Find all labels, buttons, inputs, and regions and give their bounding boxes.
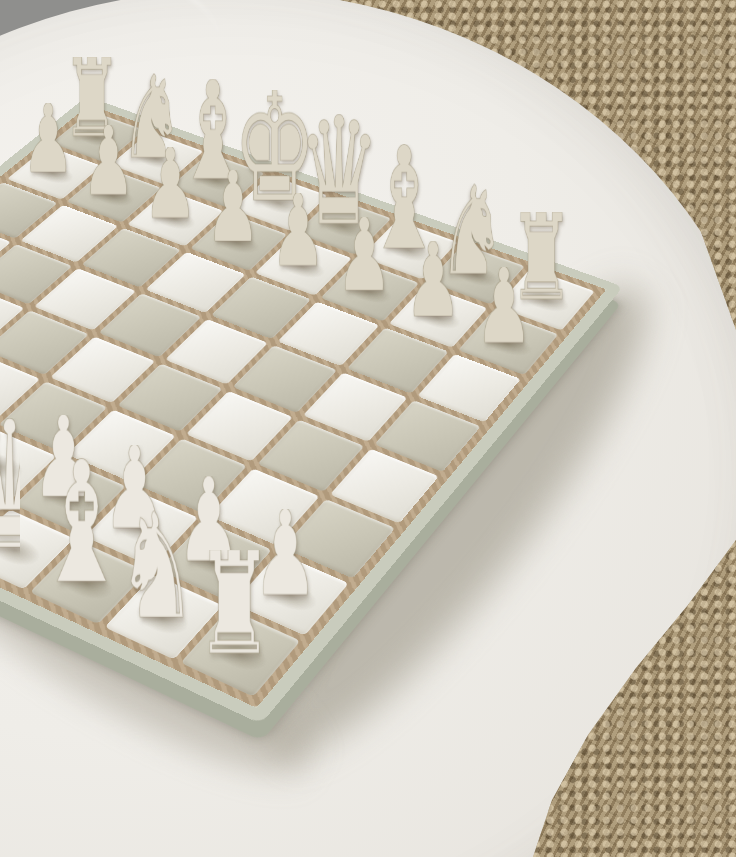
square-r3c1[interactable] xyxy=(0,182,57,238)
far-bishop-piece[interactable]: ♝ xyxy=(365,144,444,255)
square-r3c5[interactable] xyxy=(211,277,311,340)
board-3d-scene: ♜♞♝♚♛♝♞♜♟♟♟♟♟♟♟♟♟♟♟♟♟♟♟♟♜♞♝♚♛♝♞♜ xyxy=(0,0,736,857)
square-r2c6[interactable]: ♟ xyxy=(320,260,419,321)
square-r4c1[interactable] xyxy=(0,220,11,279)
square-r2c2[interactable]: ♟ xyxy=(66,168,162,223)
square-r2c4[interactable]: ♟ xyxy=(190,213,287,271)
square-r3c4[interactable] xyxy=(145,252,245,313)
square-r5c2[interactable] xyxy=(0,285,25,348)
far-pawn-piece[interactable]: ♟ xyxy=(82,125,135,200)
far-knight-piece[interactable]: ♞ xyxy=(120,73,184,163)
far-pawn-piece[interactable]: ♟ xyxy=(337,217,393,296)
square-r3c6[interactable] xyxy=(278,302,379,366)
far-pawn-piece[interactable]: ♟ xyxy=(143,147,197,223)
square-r2c3[interactable]: ♟ xyxy=(127,190,223,247)
photo-scene: ♜♞♝♚♛♝♞♜♟♟♟♟♟♟♟♟♟♟♟♟♟♟♟♟♜♞♝♚♛♝♞♜ xyxy=(0,0,736,857)
square-r4c2[interactable] xyxy=(0,244,73,304)
near-knight-piece[interactable]: ♞ xyxy=(116,510,197,624)
far-pawn-piece[interactable]: ♟ xyxy=(22,103,75,177)
far-rook-piece[interactable]: ♜ xyxy=(62,57,122,141)
near-rook-piece[interactable]: ♜ xyxy=(195,550,273,660)
far-rook-piece[interactable]: ♜ xyxy=(509,212,575,304)
square-r1c4[interactable]: ♚ xyxy=(233,175,328,231)
far-pawn-piece[interactable]: ♟ xyxy=(475,267,533,348)
far-knight-piece[interactable]: ♞ xyxy=(438,183,506,279)
square-r1c3[interactable]: ♝ xyxy=(171,153,265,207)
square-r4c3[interactable] xyxy=(34,268,135,330)
far-bishop-piece[interactable]: ♝ xyxy=(175,78,251,184)
square-r1c8[interactable]: ♜ xyxy=(497,268,595,330)
far-queen-piece[interactable]: ♛ xyxy=(297,114,380,230)
square-r3c8[interactable] xyxy=(418,354,521,422)
near-bishop-piece[interactable]: ♝ xyxy=(35,458,128,589)
square-r2c1[interactable]: ♟ xyxy=(7,146,102,200)
square-r2c7[interactable]: ♟ xyxy=(388,285,487,348)
square-r3c2[interactable] xyxy=(20,205,118,263)
square-r1c7[interactable]: ♞ xyxy=(428,244,525,304)
square-r1c5[interactable]: ♛ xyxy=(296,197,391,254)
square-r1c1[interactable]: ♜ xyxy=(52,111,144,163)
square-r3c3[interactable] xyxy=(82,228,181,287)
square-r1c6[interactable]: ♝ xyxy=(361,220,457,279)
board-grout: ♜♞♝♚♛♝♞♜♟♟♟♟♟♟♟♟♟♟♟♟♟♟♟♟♜♞♝♚♛♝♞♜ xyxy=(0,105,606,708)
far-pawn-piece[interactable]: ♟ xyxy=(405,241,462,321)
far-pawn-piece[interactable]: ♟ xyxy=(270,193,326,271)
far-pawn-piece[interactable]: ♟ xyxy=(206,169,261,246)
square-r2c5[interactable]: ♟ xyxy=(254,236,352,296)
square-r8c8[interactable]: ♜ xyxy=(181,609,300,697)
board-grid: ♜♞♝♚♛♝♞♜♟♟♟♟♟♟♟♟♟♟♟♟♟♟♟♟♜♞♝♚♛♝♞♜ xyxy=(0,111,595,697)
far-king-piece[interactable]: ♚ xyxy=(233,90,317,208)
square-r1c2[interactable]: ♞ xyxy=(110,132,203,185)
square-r4c4[interactable] xyxy=(99,293,201,357)
